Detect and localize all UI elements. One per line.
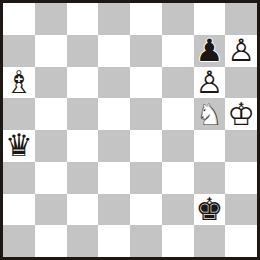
square-e4[interactable] (130, 130, 162, 162)
square-h2[interactable] (225, 194, 257, 226)
piece-white-knight: ♞♘ (194, 98, 226, 130)
square-f3[interactable] (162, 162, 194, 194)
square-f8[interactable] (162, 3, 194, 35)
bishop-outline-icon: ♗ (3, 67, 35, 99)
square-a8[interactable] (3, 3, 35, 35)
square-a7[interactable] (3, 35, 35, 67)
square-d7[interactable] (98, 35, 130, 67)
bishop-icon: ♝ (3, 67, 35, 99)
piece-white-pawn: ♟♙ (194, 67, 226, 99)
king-outline-icon: ♔ (225, 98, 257, 130)
square-h4[interactable] (225, 130, 257, 162)
pawn-icon: ♟ (194, 67, 226, 99)
square-g1[interactable] (194, 225, 226, 257)
queen-icon: ♛ (3, 130, 35, 162)
square-f5[interactable] (162, 98, 194, 130)
square-e3[interactable] (130, 162, 162, 194)
pawn-icon: ♟ (225, 35, 257, 67)
square-f7[interactable] (162, 35, 194, 67)
square-c8[interactable] (67, 3, 99, 35)
square-g8[interactable] (194, 3, 226, 35)
chess-board: ♟♟♙♝♗♟♙♞♘♚♔♛♚ (3, 3, 257, 257)
square-a5[interactable] (3, 98, 35, 130)
square-a4[interactable]: ♛ (3, 130, 35, 162)
chess-board-frame: ♟♟♙♝♗♟♙♞♘♚♔♛♚ (0, 0, 260, 260)
square-c5[interactable] (67, 98, 99, 130)
square-e2[interactable] (130, 194, 162, 226)
square-d4[interactable] (98, 130, 130, 162)
square-g6[interactable]: ♟♙ (194, 67, 226, 99)
square-h8[interactable] (225, 3, 257, 35)
square-d3[interactable] (98, 162, 130, 194)
square-h7[interactable]: ♟♙ (225, 35, 257, 67)
square-b4[interactable] (35, 130, 67, 162)
square-b8[interactable] (35, 3, 67, 35)
pawn-outline-icon: ♙ (225, 35, 257, 67)
square-e1[interactable] (130, 225, 162, 257)
knight-outline-icon: ♘ (194, 98, 226, 130)
pawn-icon: ♟ (194, 35, 226, 67)
square-c6[interactable] (67, 67, 99, 99)
square-a2[interactable] (3, 194, 35, 226)
piece-white-pawn: ♟♙ (225, 35, 257, 67)
square-a3[interactable] (3, 162, 35, 194)
square-h3[interactable] (225, 162, 257, 194)
square-b7[interactable] (35, 35, 67, 67)
square-b6[interactable] (35, 67, 67, 99)
square-h1[interactable] (225, 225, 257, 257)
square-e6[interactable] (130, 67, 162, 99)
square-d1[interactable] (98, 225, 130, 257)
square-e8[interactable] (130, 3, 162, 35)
square-f6[interactable] (162, 67, 194, 99)
square-b1[interactable] (35, 225, 67, 257)
piece-black-pawn: ♟ (194, 35, 226, 67)
square-h6[interactable] (225, 67, 257, 99)
square-b3[interactable] (35, 162, 67, 194)
piece-black-king: ♚ (194, 194, 226, 226)
square-g2[interactable]: ♚ (194, 194, 226, 226)
square-g7[interactable]: ♟ (194, 35, 226, 67)
piece-white-bishop: ♝♗ (3, 67, 35, 99)
square-d8[interactable] (98, 3, 130, 35)
square-a6[interactable]: ♝♗ (3, 67, 35, 99)
square-c7[interactable] (67, 35, 99, 67)
king-icon: ♚ (194, 194, 226, 226)
square-b5[interactable] (35, 98, 67, 130)
square-e7[interactable] (130, 35, 162, 67)
square-c1[interactable] (67, 225, 99, 257)
pawn-outline-icon: ♙ (194, 67, 226, 99)
square-d6[interactable] (98, 67, 130, 99)
square-g4[interactable] (194, 130, 226, 162)
square-e5[interactable] (130, 98, 162, 130)
knight-icon: ♞ (194, 98, 226, 130)
square-c4[interactable] (67, 130, 99, 162)
piece-white-king: ♚♔ (225, 98, 257, 130)
square-c3[interactable] (67, 162, 99, 194)
square-f1[interactable] (162, 225, 194, 257)
square-d2[interactable] (98, 194, 130, 226)
square-c2[interactable] (67, 194, 99, 226)
square-g5[interactable]: ♞♘ (194, 98, 226, 130)
square-d5[interactable] (98, 98, 130, 130)
square-h5[interactable]: ♚♔ (225, 98, 257, 130)
square-a1[interactable] (3, 225, 35, 257)
square-g3[interactable] (194, 162, 226, 194)
square-f2[interactable] (162, 194, 194, 226)
square-f4[interactable] (162, 130, 194, 162)
square-b2[interactable] (35, 194, 67, 226)
king-icon: ♚ (225, 98, 257, 130)
piece-black-queen: ♛ (3, 130, 35, 162)
